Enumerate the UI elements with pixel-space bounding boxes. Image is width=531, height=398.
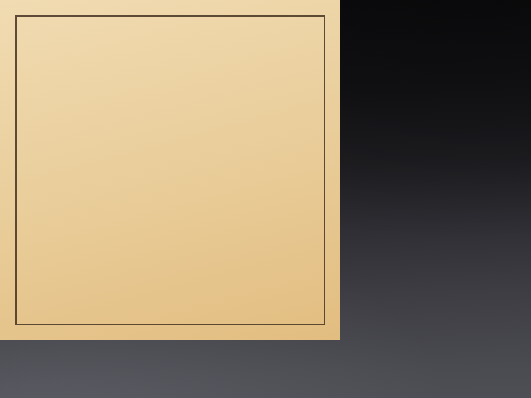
go-board-top-face (0, 0, 340, 340)
goban-product-photo (0, 0, 531, 398)
go-board-grid (15, 15, 324, 324)
